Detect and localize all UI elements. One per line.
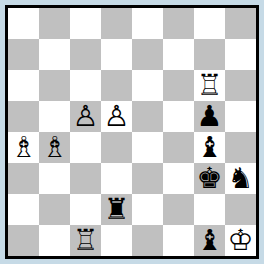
square-b3[interactable] bbox=[39, 163, 70, 194]
square-h6[interactable] bbox=[225, 70, 256, 101]
square-c6[interactable] bbox=[70, 70, 101, 101]
square-h2[interactable] bbox=[225, 194, 256, 225]
square-a6[interactable] bbox=[8, 70, 39, 101]
square-a4[interactable]: ♗ bbox=[8, 132, 39, 163]
square-e8[interactable] bbox=[132, 8, 163, 39]
square-e5[interactable] bbox=[132, 101, 163, 132]
black-king: ♚ bbox=[197, 163, 223, 194]
square-f8[interactable] bbox=[163, 8, 194, 39]
white-king: ♔ bbox=[228, 225, 254, 256]
square-b1[interactable] bbox=[39, 225, 70, 256]
square-b5[interactable] bbox=[39, 101, 70, 132]
square-a2[interactable] bbox=[8, 194, 39, 225]
square-c7[interactable] bbox=[70, 39, 101, 70]
square-h8[interactable] bbox=[225, 8, 256, 39]
diagram-frame: ♖♙♙♟♗♗♝♚♞♜♖♝♔ bbox=[0, 0, 264, 264]
black-bishop: ♝ bbox=[197, 132, 223, 163]
square-f1[interactable] bbox=[163, 225, 194, 256]
square-d3[interactable] bbox=[101, 163, 132, 194]
black-pawn: ♟ bbox=[197, 101, 223, 132]
square-h4[interactable] bbox=[225, 132, 256, 163]
square-g3[interactable]: ♚ bbox=[194, 163, 225, 194]
square-f4[interactable] bbox=[163, 132, 194, 163]
square-c2[interactable] bbox=[70, 194, 101, 225]
square-a8[interactable] bbox=[8, 8, 39, 39]
square-c4[interactable] bbox=[70, 132, 101, 163]
square-c8[interactable] bbox=[70, 8, 101, 39]
square-e3[interactable] bbox=[132, 163, 163, 194]
square-d6[interactable] bbox=[101, 70, 132, 101]
square-g7[interactable] bbox=[194, 39, 225, 70]
square-f3[interactable] bbox=[163, 163, 194, 194]
square-f2[interactable] bbox=[163, 194, 194, 225]
black-knight: ♞ bbox=[228, 163, 254, 194]
square-b8[interactable] bbox=[39, 8, 70, 39]
square-g8[interactable] bbox=[194, 8, 225, 39]
white-bishop: ♗ bbox=[11, 132, 37, 163]
square-e4[interactable] bbox=[132, 132, 163, 163]
square-b2[interactable] bbox=[39, 194, 70, 225]
square-e7[interactable] bbox=[132, 39, 163, 70]
white-rook: ♖ bbox=[197, 70, 223, 101]
chess-board: ♖♙♙♟♗♗♝♚♞♜♖♝♔ bbox=[5, 5, 259, 259]
square-b4[interactable]: ♗ bbox=[39, 132, 70, 163]
white-rook: ♖ bbox=[73, 225, 99, 256]
square-h3[interactable]: ♞ bbox=[225, 163, 256, 194]
square-h7[interactable] bbox=[225, 39, 256, 70]
white-bishop: ♗ bbox=[42, 132, 68, 163]
square-c1[interactable]: ♖ bbox=[70, 225, 101, 256]
square-g1[interactable]: ♝ bbox=[194, 225, 225, 256]
square-e1[interactable] bbox=[132, 225, 163, 256]
square-a7[interactable] bbox=[8, 39, 39, 70]
square-f6[interactable] bbox=[163, 70, 194, 101]
square-a1[interactable] bbox=[8, 225, 39, 256]
square-d7[interactable] bbox=[101, 39, 132, 70]
square-h5[interactable] bbox=[225, 101, 256, 132]
square-c5[interactable]: ♙ bbox=[70, 101, 101, 132]
white-pawn: ♙ bbox=[73, 101, 99, 132]
square-f5[interactable] bbox=[163, 101, 194, 132]
square-g6[interactable]: ♖ bbox=[194, 70, 225, 101]
square-g2[interactable] bbox=[194, 194, 225, 225]
square-e2[interactable] bbox=[132, 194, 163, 225]
square-g4[interactable]: ♝ bbox=[194, 132, 225, 163]
square-d5[interactable]: ♙ bbox=[101, 101, 132, 132]
square-d4[interactable] bbox=[101, 132, 132, 163]
square-d8[interactable] bbox=[101, 8, 132, 39]
white-pawn: ♙ bbox=[104, 101, 130, 132]
square-c3[interactable] bbox=[70, 163, 101, 194]
square-a3[interactable] bbox=[8, 163, 39, 194]
square-b7[interactable] bbox=[39, 39, 70, 70]
square-f7[interactable] bbox=[163, 39, 194, 70]
square-b6[interactable] bbox=[39, 70, 70, 101]
black-rook: ♜ bbox=[104, 194, 130, 225]
square-d1[interactable] bbox=[101, 225, 132, 256]
square-a5[interactable] bbox=[8, 101, 39, 132]
square-e6[interactable] bbox=[132, 70, 163, 101]
square-d2[interactable]: ♜ bbox=[101, 194, 132, 225]
black-bishop: ♝ bbox=[197, 225, 223, 256]
square-h1[interactable]: ♔ bbox=[225, 225, 256, 256]
square-g5[interactable]: ♟ bbox=[194, 101, 225, 132]
